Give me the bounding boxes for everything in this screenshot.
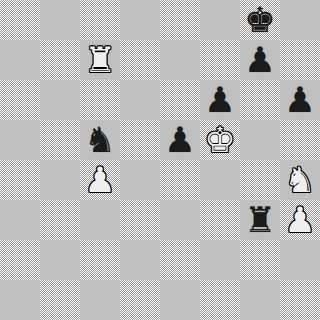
square-h8[interactable] bbox=[280, 0, 320, 40]
square-e3[interactable] bbox=[160, 200, 200, 240]
square-f4[interactable] bbox=[200, 160, 240, 200]
square-a1[interactable] bbox=[0, 280, 40, 320]
square-c5[interactable]: ♞ bbox=[80, 120, 120, 160]
square-g4[interactable] bbox=[240, 160, 280, 200]
square-h7[interactable] bbox=[280, 40, 320, 80]
piece-white-king[interactable]: ♚ bbox=[204, 120, 235, 160]
square-g1[interactable] bbox=[240, 280, 280, 320]
square-a8[interactable] bbox=[0, 0, 40, 40]
square-g8[interactable]: ♚ bbox=[240, 0, 280, 40]
square-a6[interactable] bbox=[0, 80, 40, 120]
piece-white-pawn[interactable]: ♟ bbox=[284, 200, 315, 240]
square-b3[interactable] bbox=[40, 200, 80, 240]
square-g7[interactable]: ♟ bbox=[240, 40, 280, 80]
square-d8[interactable] bbox=[120, 0, 160, 40]
square-d3[interactable] bbox=[120, 200, 160, 240]
square-c6[interactable] bbox=[80, 80, 120, 120]
square-f5[interactable]: ♚ bbox=[200, 120, 240, 160]
piece-black-pawn[interactable]: ♟ bbox=[284, 80, 315, 120]
square-d7[interactable] bbox=[120, 40, 160, 80]
square-h4[interactable]: ♞ bbox=[280, 160, 320, 200]
square-g3[interactable]: ♜ bbox=[240, 200, 280, 240]
piece-black-king[interactable]: ♚ bbox=[244, 0, 275, 40]
square-e8[interactable] bbox=[160, 0, 200, 40]
square-c2[interactable] bbox=[80, 240, 120, 280]
square-c7[interactable]: ♜ bbox=[80, 40, 120, 80]
piece-white-pawn[interactable]: ♟ bbox=[84, 160, 115, 200]
square-h2[interactable] bbox=[280, 240, 320, 280]
square-a7[interactable] bbox=[0, 40, 40, 80]
square-d4[interactable] bbox=[120, 160, 160, 200]
square-a4[interactable] bbox=[0, 160, 40, 200]
square-g5[interactable] bbox=[240, 120, 280, 160]
square-e5[interactable]: ♟ bbox=[160, 120, 200, 160]
square-h6[interactable]: ♟ bbox=[280, 80, 320, 120]
piece-black-pawn[interactable]: ♟ bbox=[244, 40, 275, 80]
square-g6[interactable] bbox=[240, 80, 280, 120]
piece-black-pawn[interactable]: ♟ bbox=[204, 80, 235, 120]
square-f8[interactable] bbox=[200, 0, 240, 40]
square-d1[interactable] bbox=[120, 280, 160, 320]
square-f2[interactable] bbox=[200, 240, 240, 280]
square-b6[interactable] bbox=[40, 80, 80, 120]
square-d2[interactable] bbox=[120, 240, 160, 280]
square-a3[interactable] bbox=[0, 200, 40, 240]
square-b1[interactable] bbox=[40, 280, 80, 320]
square-h3[interactable]: ♟ bbox=[280, 200, 320, 240]
square-e2[interactable] bbox=[160, 240, 200, 280]
square-f7[interactable] bbox=[200, 40, 240, 80]
square-h1[interactable] bbox=[280, 280, 320, 320]
square-b5[interactable] bbox=[40, 120, 80, 160]
square-c3[interactable] bbox=[80, 200, 120, 240]
square-c8[interactable] bbox=[80, 0, 120, 40]
square-f3[interactable] bbox=[200, 200, 240, 240]
piece-black-rook[interactable]: ♜ bbox=[244, 200, 275, 240]
square-c1[interactable] bbox=[80, 280, 120, 320]
square-a5[interactable] bbox=[0, 120, 40, 160]
piece-black-pawn[interactable]: ♟ bbox=[164, 120, 195, 160]
square-d5[interactable] bbox=[120, 120, 160, 160]
square-e7[interactable] bbox=[160, 40, 200, 80]
square-e4[interactable] bbox=[160, 160, 200, 200]
square-f6[interactable]: ♟ bbox=[200, 80, 240, 120]
square-e6[interactable] bbox=[160, 80, 200, 120]
square-b8[interactable] bbox=[40, 0, 80, 40]
square-b4[interactable] bbox=[40, 160, 80, 200]
square-h5[interactable] bbox=[280, 120, 320, 160]
chess-board: ♚♜♟♟♟♞♟♚♟♞♜♟ bbox=[0, 0, 320, 320]
square-b2[interactable] bbox=[40, 240, 80, 280]
piece-white-rook[interactable]: ♜ bbox=[84, 40, 115, 80]
square-d6[interactable] bbox=[120, 80, 160, 120]
square-f1[interactable] bbox=[200, 280, 240, 320]
piece-white-knight[interactable]: ♞ bbox=[284, 160, 315, 200]
square-c4[interactable]: ♟ bbox=[80, 160, 120, 200]
square-g2[interactable] bbox=[240, 240, 280, 280]
square-a2[interactable] bbox=[0, 240, 40, 280]
piece-black-knight[interactable]: ♞ bbox=[84, 120, 115, 160]
square-e1[interactable] bbox=[160, 280, 200, 320]
square-b7[interactable] bbox=[40, 40, 80, 80]
